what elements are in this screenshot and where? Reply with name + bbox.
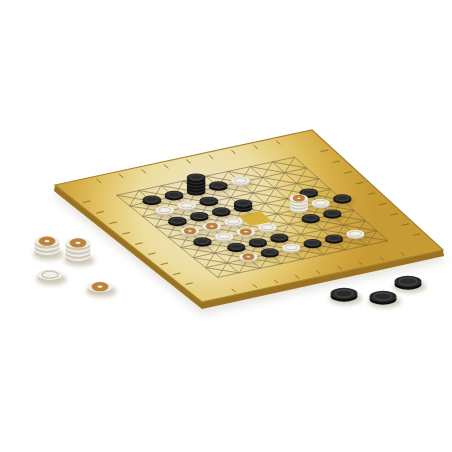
reserve-black-2[interactable] xyxy=(393,276,426,293)
ring-center xyxy=(210,225,214,227)
ring-center xyxy=(98,286,103,288)
piece-white-c6r4[interactable] xyxy=(289,194,311,215)
ring-center xyxy=(244,231,248,233)
reserve-white-0[interactable] xyxy=(33,236,64,260)
reserve-white-3[interactable] xyxy=(86,281,117,297)
piece-black-c3r1[interactable] xyxy=(186,173,209,197)
reserve-white-1[interactable] xyxy=(64,238,95,267)
ring-center xyxy=(76,242,81,244)
game-board[interactable] xyxy=(0,0,452,452)
reserve-white-2[interactable] xyxy=(36,269,67,285)
reserve-black-1[interactable] xyxy=(368,291,401,308)
ring-center xyxy=(297,197,301,199)
ring-center xyxy=(45,240,50,242)
reserve-black-0[interactable] xyxy=(329,288,362,305)
scene: Fenix xyxy=(0,0,452,452)
ring-center xyxy=(247,256,251,258)
ring-center xyxy=(188,230,192,232)
